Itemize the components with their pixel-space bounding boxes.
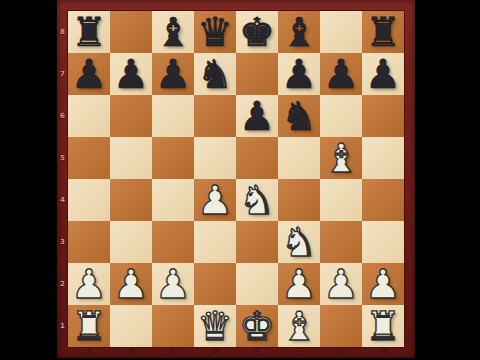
square-c2: ♟ [152,263,194,305]
white-pawn-f2: ♟ [281,263,317,305]
chess-board: ♜♝♛♚♝♜♟♟♟♞♟♟♟♟♞♝♟♞♞♟♟♟♟♟♟♜♛♚♝♜ [68,11,404,347]
square-h8: ♜ [362,11,404,53]
square-f1: ♝ [278,305,320,347]
square-h7: ♟ [362,53,404,95]
video-frame: 87654321 ABCDEFGH ♜♝♛♚♝♜♟♟♟♞♟♟♟♟♞♝♟♞♞♟♟♟… [0,0,480,360]
square-g2: ♟ [320,263,362,305]
square-h4 [362,179,404,221]
letterbox-right [415,0,480,360]
white-pawn-g2: ♟ [323,263,359,305]
square-f6: ♞ [278,95,320,137]
file-label-c: C [152,347,194,358]
square-d6 [194,95,236,137]
square-g6 [320,95,362,137]
rank-label-7: 7 [57,53,68,95]
square-f4 [278,179,320,221]
black-king-e8: ♚ [239,11,275,53]
black-pawn-h7: ♟ [365,53,401,95]
square-d5 [194,137,236,179]
square-a5 [68,137,110,179]
square-c8: ♝ [152,11,194,53]
square-b3 [110,221,152,263]
square-d8: ♛ [194,11,236,53]
square-h5 [362,137,404,179]
square-e1: ♚ [236,305,278,347]
square-b5 [110,137,152,179]
white-queen-d1: ♛ [197,305,233,347]
square-b7: ♟ [110,53,152,95]
square-e3 [236,221,278,263]
square-f3: ♞ [278,221,320,263]
square-a6 [68,95,110,137]
square-b4 [110,179,152,221]
black-pawn-f7: ♟ [281,53,317,95]
square-e6: ♟ [236,95,278,137]
white-bishop-g5: ♝ [323,137,359,179]
square-f5 [278,137,320,179]
square-f7: ♟ [278,53,320,95]
black-pawn-a7: ♟ [71,53,107,95]
square-c7: ♟ [152,53,194,95]
square-a2: ♟ [68,263,110,305]
rank-label-5: 5 [57,137,68,179]
square-f8: ♝ [278,11,320,53]
file-labels: ABCDEFGH [68,347,404,358]
white-knight-e4: ♞ [239,179,275,221]
white-pawn-a2: ♟ [71,263,107,305]
square-g5: ♝ [320,137,362,179]
square-g7: ♟ [320,53,362,95]
black-rook-h8: ♜ [365,11,401,53]
white-pawn-c2: ♟ [155,263,191,305]
square-e7 [236,53,278,95]
black-pawn-e6: ♟ [239,95,275,137]
square-h3 [362,221,404,263]
black-knight-f6: ♞ [281,95,317,137]
white-king-e1: ♚ [239,305,275,347]
square-e4: ♞ [236,179,278,221]
square-d3 [194,221,236,263]
rank-label-8: 8 [57,11,68,53]
white-pawn-b2: ♟ [113,263,149,305]
rank-label-4: 4 [57,179,68,221]
square-h6 [362,95,404,137]
rank-label-3: 3 [57,221,68,263]
square-d1: ♛ [194,305,236,347]
square-e2 [236,263,278,305]
square-e8: ♚ [236,11,278,53]
square-a7: ♟ [68,53,110,95]
square-a8: ♜ [68,11,110,53]
square-c3 [152,221,194,263]
square-c4 [152,179,194,221]
square-b6 [110,95,152,137]
square-h2: ♟ [362,263,404,305]
rank-label-1: 1 [57,305,68,347]
file-label-g: G [320,347,362,358]
square-g8 [320,11,362,53]
square-f2: ♟ [278,263,320,305]
square-d7: ♞ [194,53,236,95]
file-label-b: B [110,347,152,358]
black-pawn-c7: ♟ [155,53,191,95]
square-a1: ♜ [68,305,110,347]
square-c6 [152,95,194,137]
square-c1 [152,305,194,347]
black-bishop-f8: ♝ [281,11,317,53]
white-pawn-d4: ♟ [197,179,233,221]
square-b2: ♟ [110,263,152,305]
white-knight-f3: ♞ [281,221,317,263]
square-b8 [110,11,152,53]
square-c5 [152,137,194,179]
square-b1 [110,305,152,347]
square-e5 [236,137,278,179]
square-g4 [320,179,362,221]
rank-labels: 87654321 [57,11,68,347]
square-g1 [320,305,362,347]
black-pawn-b7: ♟ [113,53,149,95]
letterbox-left [0,0,57,360]
black-bishop-c8: ♝ [155,11,191,53]
square-a3 [68,221,110,263]
black-rook-a8: ♜ [71,11,107,53]
square-d2 [194,263,236,305]
black-pawn-g7: ♟ [323,53,359,95]
rank-label-6: 6 [57,95,68,137]
white-bishop-f1: ♝ [281,305,317,347]
chess-board-frame: 87654321 ABCDEFGH ♜♝♛♚♝♜♟♟♟♞♟♟♟♟♞♝♟♞♞♟♟♟… [57,0,415,358]
black-queen-d8: ♛ [197,11,233,53]
rank-label-2: 2 [57,263,68,305]
square-g3 [320,221,362,263]
square-h1: ♜ [362,305,404,347]
square-a4 [68,179,110,221]
white-rook-h1: ♜ [365,305,401,347]
white-pawn-h2: ♟ [365,263,401,305]
white-rook-a1: ♜ [71,305,107,347]
black-knight-d7: ♞ [197,53,233,95]
square-d4: ♟ [194,179,236,221]
